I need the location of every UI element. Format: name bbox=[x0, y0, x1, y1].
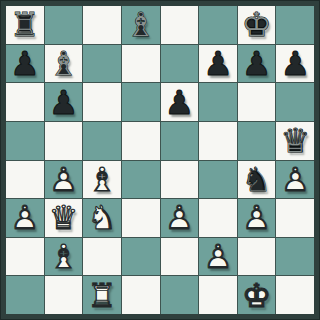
square-b7: ♝♗ bbox=[45, 45, 83, 83]
white-pawn-icon: ♟♙ bbox=[47, 163, 80, 196]
square-b6: ♟ bbox=[45, 83, 83, 121]
white-knight-icon: ♞♘ bbox=[86, 201, 119, 234]
square-d7 bbox=[122, 45, 160, 83]
square-b3: ♛♕ bbox=[45, 199, 83, 237]
square-h4: ♟♙ bbox=[276, 161, 314, 199]
square-g5 bbox=[238, 122, 276, 160]
square-c3: ♞♘ bbox=[83, 199, 121, 237]
square-g3: ♟♙ bbox=[238, 199, 276, 237]
square-e1 bbox=[161, 276, 199, 314]
white-pawn-icon: ♟♙ bbox=[279, 163, 312, 196]
square-d3 bbox=[122, 199, 160, 237]
square-a3: ♟♙ bbox=[6, 199, 44, 237]
square-h1 bbox=[276, 276, 314, 314]
black-bishop-icon: ♝♗ bbox=[47, 47, 80, 80]
white-pawn-icon: ♟♙ bbox=[240, 201, 273, 234]
square-b5 bbox=[45, 122, 83, 160]
black-rook-icon: ♜♖ bbox=[8, 8, 41, 41]
square-c7 bbox=[83, 45, 121, 83]
square-b8 bbox=[45, 6, 83, 44]
black-pawn-icon: ♟ bbox=[8, 47, 41, 80]
square-h7: ♟ bbox=[276, 45, 314, 83]
square-c1: ♜♖ bbox=[83, 276, 121, 314]
chess-board-frame: ♜♖♝♗♚♔♟♝♗♟♟♟♟♟♛♕♟♙♝♗♞♘♟♙♟♙♛♕♞♘♟♙♟♙♝♗♟♙♜♖… bbox=[0, 0, 320, 320]
white-pawn-icon: ♟♙ bbox=[8, 201, 41, 234]
square-b4: ♟♙ bbox=[45, 161, 83, 199]
square-f3 bbox=[199, 199, 237, 237]
square-h6 bbox=[276, 83, 314, 121]
square-e8 bbox=[161, 6, 199, 44]
square-a6 bbox=[6, 83, 44, 121]
square-e2 bbox=[161, 238, 199, 276]
white-king-icon: ♚♔ bbox=[240, 279, 273, 312]
square-a1 bbox=[6, 276, 44, 314]
square-d5 bbox=[122, 122, 160, 160]
black-pawn-icon: ♟ bbox=[240, 47, 273, 80]
square-e7 bbox=[161, 45, 199, 83]
square-a8: ♜♖ bbox=[6, 6, 44, 44]
square-h5: ♛♕ bbox=[276, 122, 314, 160]
square-g7: ♟ bbox=[238, 45, 276, 83]
square-h3 bbox=[276, 199, 314, 237]
square-d6 bbox=[122, 83, 160, 121]
square-f8 bbox=[199, 6, 237, 44]
black-pawn-icon: ♟ bbox=[47, 86, 80, 119]
square-b1 bbox=[45, 276, 83, 314]
white-bishop-icon: ♝♗ bbox=[86, 163, 119, 196]
white-queen-icon: ♛♕ bbox=[47, 201, 80, 234]
square-g6 bbox=[238, 83, 276, 121]
white-rook-icon: ♜♖ bbox=[86, 279, 119, 312]
square-a2 bbox=[6, 238, 44, 276]
square-c8 bbox=[83, 6, 121, 44]
square-e6: ♟ bbox=[161, 83, 199, 121]
square-g2 bbox=[238, 238, 276, 276]
square-g4: ♞♘ bbox=[238, 161, 276, 199]
square-g1: ♚♔ bbox=[238, 276, 276, 314]
black-pawn-icon: ♟ bbox=[279, 47, 312, 80]
square-b2: ♝♗ bbox=[45, 238, 83, 276]
square-f6 bbox=[199, 83, 237, 121]
square-e3: ♟♙ bbox=[161, 199, 199, 237]
square-a7: ♟ bbox=[6, 45, 44, 83]
black-pawn-icon: ♟ bbox=[163, 86, 196, 119]
square-f1 bbox=[199, 276, 237, 314]
square-f7: ♟ bbox=[199, 45, 237, 83]
square-f5 bbox=[199, 122, 237, 160]
square-d2 bbox=[122, 238, 160, 276]
square-c6 bbox=[83, 83, 121, 121]
black-knight-icon: ♞♘ bbox=[240, 163, 273, 196]
black-pawn-icon: ♟ bbox=[201, 47, 234, 80]
square-f2: ♟♙ bbox=[199, 238, 237, 276]
white-pawn-icon: ♟♙ bbox=[163, 201, 196, 234]
square-f4 bbox=[199, 161, 237, 199]
square-g8: ♚♔ bbox=[238, 6, 276, 44]
square-h2 bbox=[276, 238, 314, 276]
square-d4 bbox=[122, 161, 160, 199]
square-c5 bbox=[83, 122, 121, 160]
square-h8 bbox=[276, 6, 314, 44]
square-d1 bbox=[122, 276, 160, 314]
black-queen-icon: ♛♕ bbox=[279, 124, 312, 157]
square-c4: ♝♗ bbox=[83, 161, 121, 199]
chess-board: ♜♖♝♗♚♔♟♝♗♟♟♟♟♟♛♕♟♙♝♗♞♘♟♙♟♙♛♕♞♘♟♙♟♙♝♗♟♙♜♖… bbox=[6, 6, 314, 314]
square-c2 bbox=[83, 238, 121, 276]
square-a5 bbox=[6, 122, 44, 160]
white-pawn-icon: ♟♙ bbox=[201, 240, 234, 273]
square-e5 bbox=[161, 122, 199, 160]
square-a4 bbox=[6, 161, 44, 199]
white-bishop-icon: ♝♗ bbox=[47, 240, 80, 273]
black-bishop-icon: ♝♗ bbox=[124, 8, 157, 41]
square-e4 bbox=[161, 161, 199, 199]
square-d8: ♝♗ bbox=[122, 6, 160, 44]
black-king-icon: ♚♔ bbox=[240, 8, 273, 41]
